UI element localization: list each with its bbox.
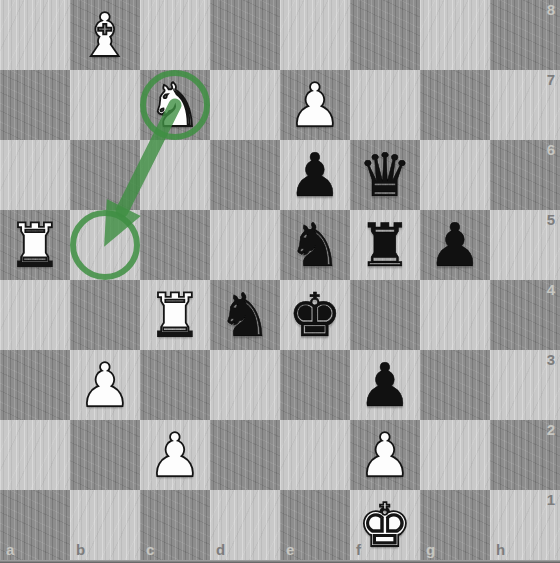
square-a2[interactable] bbox=[0, 420, 70, 490]
square-c8[interactable] bbox=[140, 0, 210, 70]
square-d2[interactable] bbox=[210, 420, 280, 490]
rank-label-6: 6 bbox=[547, 142, 555, 157]
square-e5[interactable]: ♞ bbox=[280, 210, 350, 280]
square-a6[interactable] bbox=[0, 140, 70, 210]
file-label-g: g bbox=[426, 542, 435, 557]
square-c1[interactable]: c bbox=[140, 490, 210, 560]
square-c4[interactable]: ♜ bbox=[140, 280, 210, 350]
file-label-c: c bbox=[146, 542, 154, 557]
square-d3[interactable] bbox=[210, 350, 280, 420]
square-c3[interactable] bbox=[140, 350, 210, 420]
square-e3[interactable] bbox=[280, 350, 350, 420]
square-c6[interactable] bbox=[140, 140, 210, 210]
piece-white-pawn: ♟ bbox=[358, 425, 412, 485]
piece-white-knight: ♞ bbox=[148, 75, 202, 135]
square-e6[interactable]: ♟ bbox=[280, 140, 350, 210]
square-f1[interactable]: ♚f bbox=[350, 490, 420, 560]
piece-black-rook: ♜ bbox=[358, 215, 412, 275]
square-f5[interactable]: ♜ bbox=[350, 210, 420, 280]
square-f2[interactable]: ♟ bbox=[350, 420, 420, 490]
square-b1[interactable]: b bbox=[70, 490, 140, 560]
square-h1[interactable]: 1h bbox=[490, 490, 560, 560]
square-b8[interactable]: ♝ bbox=[70, 0, 140, 70]
file-label-e: e bbox=[286, 542, 294, 557]
file-label-h: h bbox=[496, 542, 505, 557]
square-c2[interactable]: ♟ bbox=[140, 420, 210, 490]
square-a8[interactable] bbox=[0, 0, 70, 70]
piece-black-pawn: ♟ bbox=[358, 355, 412, 415]
piece-white-king: ♚ bbox=[358, 495, 412, 555]
square-e1[interactable]: e bbox=[280, 490, 350, 560]
square-b6[interactable] bbox=[70, 140, 140, 210]
square-c7[interactable]: ♞ bbox=[140, 70, 210, 140]
square-a5[interactable]: ♜ bbox=[0, 210, 70, 280]
square-c5[interactable] bbox=[140, 210, 210, 280]
piece-black-knight: ♞ bbox=[218, 285, 272, 345]
rank-label-5: 5 bbox=[547, 212, 555, 227]
file-label-b: b bbox=[76, 542, 85, 557]
square-h6[interactable]: 6 bbox=[490, 140, 560, 210]
piece-black-pawn: ♟ bbox=[288, 145, 342, 205]
rank-label-4: 4 bbox=[547, 282, 555, 297]
square-a7[interactable] bbox=[0, 70, 70, 140]
rank-label-2: 2 bbox=[547, 422, 555, 437]
rank-label-7: 7 bbox=[547, 72, 555, 87]
chess-board: ♝8♞♟7♟♛6♜♞♜♟5♜♞♚4♟♟3♟♟2abcde♚fg1h bbox=[0, 0, 560, 563]
square-a3[interactable] bbox=[0, 350, 70, 420]
square-d1[interactable]: d bbox=[210, 490, 280, 560]
piece-white-pawn: ♟ bbox=[288, 75, 342, 135]
square-g5[interactable]: ♟ bbox=[420, 210, 490, 280]
rank-label-1: 1 bbox=[547, 492, 555, 507]
square-e8[interactable] bbox=[280, 0, 350, 70]
rank-label-3: 3 bbox=[547, 352, 555, 367]
square-d5[interactable] bbox=[210, 210, 280, 280]
square-a1[interactable]: a bbox=[0, 490, 70, 560]
square-g2[interactable] bbox=[420, 420, 490, 490]
square-d4[interactable]: ♞ bbox=[210, 280, 280, 350]
square-f8[interactable] bbox=[350, 0, 420, 70]
square-f6[interactable]: ♛ bbox=[350, 140, 420, 210]
piece-white-rook: ♜ bbox=[148, 285, 202, 345]
square-g4[interactable] bbox=[420, 280, 490, 350]
square-e4[interactable]: ♚ bbox=[280, 280, 350, 350]
square-b3[interactable]: ♟ bbox=[70, 350, 140, 420]
square-h7[interactable]: 7 bbox=[490, 70, 560, 140]
square-g1[interactable]: g bbox=[420, 490, 490, 560]
square-d6[interactable] bbox=[210, 140, 280, 210]
square-a4[interactable] bbox=[0, 280, 70, 350]
square-h2[interactable]: 2 bbox=[490, 420, 560, 490]
square-d8[interactable] bbox=[210, 0, 280, 70]
square-b2[interactable] bbox=[70, 420, 140, 490]
rank-label-8: 8 bbox=[547, 2, 555, 17]
piece-white-pawn: ♟ bbox=[78, 355, 132, 415]
square-e2[interactable] bbox=[280, 420, 350, 490]
square-g3[interactable] bbox=[420, 350, 490, 420]
piece-black-pawn: ♟ bbox=[428, 215, 482, 275]
square-h5[interactable]: 5 bbox=[490, 210, 560, 280]
square-f3[interactable]: ♟ bbox=[350, 350, 420, 420]
piece-white-rook: ♜ bbox=[8, 215, 62, 275]
square-d7[interactable] bbox=[210, 70, 280, 140]
square-h3[interactable]: 3 bbox=[490, 350, 560, 420]
square-f4[interactable] bbox=[350, 280, 420, 350]
square-g8[interactable] bbox=[420, 0, 490, 70]
piece-black-king: ♚ bbox=[288, 285, 342, 345]
square-h8[interactable]: 8 bbox=[490, 0, 560, 70]
piece-black-queen: ♛ bbox=[358, 145, 412, 205]
square-e7[interactable]: ♟ bbox=[280, 70, 350, 140]
square-b7[interactable] bbox=[70, 70, 140, 140]
square-g6[interactable] bbox=[420, 140, 490, 210]
piece-black-knight: ♞ bbox=[288, 215, 342, 275]
square-b5[interactable] bbox=[70, 210, 140, 280]
file-label-f: f bbox=[356, 542, 361, 557]
square-h4[interactable]: 4 bbox=[490, 280, 560, 350]
square-g7[interactable] bbox=[420, 70, 490, 140]
file-label-d: d bbox=[216, 542, 225, 557]
square-b4[interactable] bbox=[70, 280, 140, 350]
board-grid: ♝8♞♟7♟♛6♜♞♜♟5♜♞♚4♟♟3♟♟2abcde♚fg1h bbox=[0, 0, 560, 560]
square-f7[interactable] bbox=[350, 70, 420, 140]
file-label-a: a bbox=[6, 542, 14, 557]
piece-white-bishop: ♝ bbox=[78, 5, 132, 65]
piece-white-pawn: ♟ bbox=[148, 425, 202, 485]
